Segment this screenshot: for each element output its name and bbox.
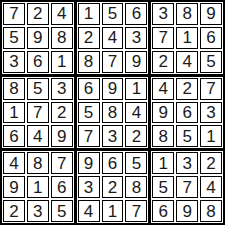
cell-r1c6[interactable]: 6 [125,3,147,25]
cell-r1c8[interactable]: 8 [176,3,198,25]
cell-r7c5[interactable]: 6 [102,152,124,174]
box-6: 427963851 [151,77,223,149]
cell-r3c9[interactable]: 5 [200,51,222,73]
cell-r8c4[interactable]: 3 [78,176,100,198]
cell-r8c9[interactable]: 4 [200,176,222,198]
cell-r5c4[interactable]: 5 [78,102,100,124]
cell-r2c8[interactable]: 1 [176,27,198,49]
sudoku-board: 724598361 156243879 389716245 853172649 … [0,0,225,225]
cell-r2c2[interactable]: 9 [27,27,49,49]
cell-r3c8[interactable]: 4 [176,51,198,73]
box-2: 156243879 [77,2,149,74]
box-5: 691584732 [77,77,149,149]
cell-r3c1[interactable]: 3 [3,51,25,73]
cell-r3c2[interactable]: 6 [27,51,49,73]
cell-r9c2[interactable]: 3 [27,200,49,222]
box-9: 132574698 [151,151,223,223]
cell-r5c3[interactable]: 2 [51,102,73,124]
cell-r7c9[interactable]: 2 [200,152,222,174]
cell-r9c1[interactable]: 2 [3,200,25,222]
cell-r5c1[interactable]: 1 [3,102,25,124]
cell-r4c8[interactable]: 2 [176,78,198,100]
cell-r4c7[interactable]: 4 [152,78,174,100]
box-8: 965328417 [77,151,149,223]
cell-r2c9[interactable]: 6 [200,27,222,49]
cell-r8c5[interactable]: 2 [102,176,124,198]
cell-r6c5[interactable]: 3 [102,125,124,147]
box-3: 389716245 [151,2,223,74]
cell-r6c7[interactable]: 8 [152,125,174,147]
cell-r8c3[interactable]: 6 [51,176,73,198]
cell-r6c9[interactable]: 1 [200,125,222,147]
cell-r4c4[interactable]: 6 [78,78,100,100]
cell-r2c6[interactable]: 3 [125,27,147,49]
cell-r3c5[interactable]: 7 [102,51,124,73]
cell-r2c7[interactable]: 7 [152,27,174,49]
cell-r1c1[interactable]: 7 [3,3,25,25]
cell-r9c4[interactable]: 4 [78,200,100,222]
cell-r7c6[interactable]: 5 [125,152,147,174]
cell-r3c3[interactable]: 1 [51,51,73,73]
cell-r7c7[interactable]: 1 [152,152,174,174]
cell-r4c1[interactable]: 8 [3,78,25,100]
box-4: 853172649 [2,77,74,149]
cell-r5c8[interactable]: 6 [176,102,198,124]
cell-r7c3[interactable]: 7 [51,152,73,174]
cell-r8c1[interactable]: 9 [3,176,25,198]
cell-r4c6[interactable]: 1 [125,78,147,100]
cell-r6c1[interactable]: 6 [3,125,25,147]
cell-r8c6[interactable]: 8 [125,176,147,198]
cell-r2c4[interactable]: 2 [78,27,100,49]
cell-r7c2[interactable]: 8 [27,152,49,174]
cell-r8c2[interactable]: 1 [27,176,49,198]
cell-r8c7[interactable]: 5 [152,176,174,198]
cell-r1c3[interactable]: 4 [51,3,73,25]
cell-r5c7[interactable]: 9 [152,102,174,124]
cell-r7c8[interactable]: 3 [176,152,198,174]
cell-r9c8[interactable]: 9 [176,200,198,222]
cell-r6c4[interactable]: 7 [78,125,100,147]
cell-r7c4[interactable]: 9 [78,152,100,174]
cell-r7c1[interactable]: 4 [3,152,25,174]
cell-r5c2[interactable]: 7 [27,102,49,124]
cell-r4c9[interactable]: 7 [200,78,222,100]
cell-r1c4[interactable]: 1 [78,3,100,25]
box-7: 487916235 [2,151,74,223]
cell-r8c8[interactable]: 7 [176,176,198,198]
cell-r3c7[interactable]: 2 [152,51,174,73]
cell-r2c1[interactable]: 5 [3,27,25,49]
cell-r1c5[interactable]: 5 [102,3,124,25]
cell-r5c5[interactable]: 8 [102,102,124,124]
cell-r6c8[interactable]: 5 [176,125,198,147]
cell-r1c7[interactable]: 3 [152,3,174,25]
cell-r6c6[interactable]: 2 [125,125,147,147]
cell-r9c9[interactable]: 8 [200,200,222,222]
cell-r4c5[interactable]: 9 [102,78,124,100]
cell-r6c3[interactable]: 9 [51,125,73,147]
cell-r6c2[interactable]: 4 [27,125,49,147]
cell-r5c9[interactable]: 3 [200,102,222,124]
box-1: 724598361 [2,2,74,74]
cell-r3c6[interactable]: 9 [125,51,147,73]
cell-r4c2[interactable]: 5 [27,78,49,100]
cell-r3c4[interactable]: 8 [78,51,100,73]
cell-r1c2[interactable]: 2 [27,3,49,25]
cell-r4c3[interactable]: 3 [51,78,73,100]
cell-r5c6[interactable]: 4 [125,102,147,124]
cell-r1c9[interactable]: 9 [200,3,222,25]
cell-r2c3[interactable]: 8 [51,27,73,49]
cell-r9c3[interactable]: 5 [51,200,73,222]
cell-r9c6[interactable]: 7 [125,200,147,222]
cell-r9c7[interactable]: 6 [152,200,174,222]
cell-r9c5[interactable]: 1 [102,200,124,222]
cell-r2c5[interactable]: 4 [102,27,124,49]
